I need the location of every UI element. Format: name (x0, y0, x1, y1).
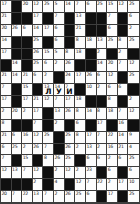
cell-r4c6[interactable]: 6 (54, 37, 65, 49)
black-cell-r11c2 (12, 120, 23, 132)
cell-r7c5[interactable]: 2 (43, 72, 54, 84)
cell-r2c1[interactable]: 21 (1, 13, 12, 25)
cell-r10c10[interactable]: 8 (97, 108, 108, 120)
cell-r11c6[interactable]: 2 (54, 120, 65, 132)
cell-number: 14 (97, 60, 102, 65)
black-cell-r12c6 (54, 132, 65, 144)
cell-r16c13[interactable]: 10 (128, 179, 139, 191)
cell-r14c1[interactable]: 7 (1, 155, 12, 167)
cell-number: 25 (129, 155, 134, 160)
cell-r14c7[interactable]: 25 (65, 155, 76, 167)
cell-number: 26 (65, 191, 70, 196)
cell-r2c11[interactable]: 7 (107, 13, 118, 25)
cell-number: 13 (55, 108, 60, 113)
cell-r8c1[interactable]: 7 (1, 84, 12, 96)
cell-number: 16 (108, 144, 113, 149)
cell-r12c5[interactable]: 25 (43, 132, 54, 144)
cell-r1c11[interactable]: 15 (107, 1, 118, 13)
cell-r11c8[interactable]: 6 (75, 120, 86, 132)
black-cell-r13c6 (54, 144, 65, 156)
black-cell-r3c9 (86, 25, 97, 37)
cell-number: 26 (33, 49, 38, 54)
cell-r17c2[interactable]: 7 (12, 191, 23, 203)
cell-r11c12[interactable]: 16 (118, 120, 129, 132)
cell-r3c13[interactable]: 2 (128, 25, 139, 37)
black-cell-r14c8 (75, 155, 86, 167)
cell-number: 17 (65, 96, 70, 101)
cell-number: 6 (129, 13, 132, 18)
cell-r15c7[interactable]: 12 (65, 167, 76, 179)
black-cell-r4c5 (43, 37, 54, 49)
cell-r10c12[interactable]: 7 (118, 108, 129, 120)
cell-number: 25 (97, 1, 102, 6)
cell-r9c7[interactable]: 17 (65, 96, 76, 108)
cell-number: 12 (76, 179, 81, 184)
black-cell-r3c10 (97, 25, 108, 37)
black-cell-r6c9 (86, 60, 97, 72)
cell-r17c8[interactable]: 25 (75, 191, 86, 203)
cell-number: 7 (12, 191, 15, 196)
cell-number: 7 (44, 191, 47, 196)
cell-r7c3[interactable]: 21 (22, 72, 33, 84)
cell-r3c4[interactable]: 14 (33, 25, 44, 37)
cell-number: 2 (97, 49, 100, 54)
cell-number: 2 (76, 167, 79, 172)
cell-r15c3[interactable]: 7 (22, 167, 33, 179)
cell-r10c9[interactable]: 14 (86, 108, 97, 120)
black-cell-r7c6 (54, 72, 65, 84)
cell-r15c2[interactable]: 13 (12, 167, 23, 179)
black-cell-r9c10 (97, 96, 108, 108)
cell-number: 14 (118, 132, 123, 137)
cell-r14c12[interactable]: 6 (118, 155, 129, 167)
black-cell-r3c12 (118, 25, 129, 37)
cell-number: 16 (118, 120, 123, 125)
cell-r17c4[interactable]: 13 (33, 191, 44, 203)
black-cell-r16c1 (1, 179, 12, 191)
black-cell-r15c10 (97, 167, 108, 179)
black-cell-r16c2 (12, 179, 23, 191)
cell-r14c3[interactable]: 15 (22, 155, 33, 167)
cell-r6c12[interactable]: 7 (118, 60, 129, 72)
cell-r8c5[interactable]: 13Л (43, 84, 54, 96)
cell-r4c13[interactable]: 25 (128, 37, 139, 49)
cell-number: 6 (44, 60, 47, 65)
cell-number: 6 (76, 120, 79, 125)
cell-r14c9[interactable]: 6 (86, 155, 97, 167)
black-cell-r4c2 (12, 37, 23, 49)
cell-number: 21 (2, 72, 7, 77)
cell-number: 7 (55, 96, 58, 101)
cell-r13c1[interactable]: 6 (1, 144, 12, 156)
cell-r2c4[interactable]: 17 (33, 13, 44, 25)
cell-r1c5[interactable]: 25 (43, 1, 54, 13)
cell-r8c9[interactable]: 10 (86, 84, 97, 96)
cell-r10c11[interactable]: 18 (107, 108, 118, 120)
cell-r13c11[interactable]: 16 (107, 144, 118, 156)
cell-number: 17 (118, 179, 123, 184)
black-cell-r14c2 (12, 155, 23, 167)
cell-number: 2 (76, 144, 79, 149)
cell-r7c11[interactable]: 12 (107, 72, 118, 84)
cell-r3c11[interactable]: 6 (107, 25, 118, 37)
black-cell-r2c12 (118, 13, 129, 25)
hint-letter: Л (43, 88, 53, 96)
cell-number: 13 (97, 37, 102, 42)
cell-number: 21 (2, 132, 7, 137)
cell-number: 17 (2, 96, 7, 101)
cell-r10c6[interactable]: 13 (54, 108, 65, 120)
cell-r8c11[interactable]: 6 (107, 84, 118, 96)
cell-r12c12[interactable]: 14 (118, 132, 129, 144)
cell-number: 12 (65, 167, 70, 172)
cell-number: 25 (129, 72, 134, 77)
cell-number: 6 (12, 132, 15, 137)
cell-r6c4[interactable]: 25 (33, 60, 44, 72)
cell-r5c8[interactable]: 18 (75, 49, 86, 61)
cell-r7c2[interactable]: 14 (12, 72, 23, 84)
cell-r3c2[interactable]: 26 (12, 25, 23, 37)
cell-number: 17 (76, 72, 81, 77)
black-cell-r10c5 (43, 108, 54, 120)
cell-r12c9[interactable]: 17 (86, 132, 97, 144)
cell-r5c12[interactable]: 2 (118, 49, 129, 61)
cell-number: 7 (44, 144, 47, 149)
cell-number: 7 (86, 179, 89, 184)
cell-number: 21 (2, 13, 7, 18)
cell-number: 8 (118, 37, 121, 42)
cell-number: 17 (2, 1, 7, 6)
cell-number: 12 (44, 96, 49, 101)
cell-r2c13[interactable]: 6 (128, 13, 139, 25)
cell-number: 17 (23, 96, 28, 101)
cell-r15c13[interactable]: 6 (128, 167, 139, 179)
cell-r7c4[interactable]: 6 (33, 72, 44, 84)
cell-r9c4[interactable]: 21 (33, 96, 44, 108)
cell-number: 12 (118, 1, 123, 6)
cell-r17c11[interactable]: 17 (107, 191, 118, 203)
cell-number: 7 (2, 155, 5, 160)
cell-r16c10[interactable]: 22 (97, 179, 108, 191)
cell-number: 2 (97, 84, 100, 89)
cell-r6c13[interactable]: 12 (128, 60, 139, 72)
cell-r12c8[interactable]: 8 (75, 132, 86, 144)
cell-number: 8 (2, 120, 5, 125)
cell-r10c8[interactable]: 8 (75, 108, 86, 120)
black-cell-r17c10 (97, 191, 108, 203)
cell-r7c13[interactable]: 25 (128, 72, 139, 84)
cell-number: 6 (86, 1, 89, 6)
cell-r15c1[interactable]: 12 (1, 167, 12, 179)
cell-r10c3[interactable]: 2 (22, 108, 33, 120)
cell-number: 7 (118, 60, 121, 65)
cell-number: 2 (129, 96, 132, 101)
cell-r11c1[interactable]: 8 (1, 120, 12, 132)
cell-r4c4[interactable]: 25 (33, 37, 44, 49)
cell-number: 6 (23, 25, 26, 30)
cell-r1c8[interactable]: 7 (75, 1, 86, 13)
cell-r5c10[interactable]: 2 (97, 49, 108, 61)
cell-r10c13[interactable]: 12 (128, 108, 139, 120)
cell-number: 12 (33, 1, 38, 6)
cell-number: 2 (2, 108, 5, 113)
cell-number: 14 (65, 1, 70, 6)
cell-r3c8[interactable]: 21 (75, 25, 86, 37)
cell-r16c8[interactable]: 12 (75, 179, 86, 191)
cell-number: 15 (23, 155, 28, 160)
cell-number: 17 (97, 120, 102, 125)
cell-number: 4 (129, 144, 132, 149)
cell-r2c6[interactable]: 7 (54, 13, 65, 25)
cell-r13c4[interactable]: 26 (33, 144, 44, 156)
cell-r15c4[interactable]: 12 (33, 167, 44, 179)
cell-number: 2 (44, 72, 47, 77)
cell-number: 25 (33, 60, 38, 65)
cell-number: 6 (108, 25, 111, 30)
cell-r10c1[interactable]: 2 (1, 108, 12, 120)
cell-r1c4[interactable]: 12 (33, 1, 44, 13)
cell-r13c9[interactable]: 13 (86, 144, 97, 156)
cell-r4c1[interactable]: 14 (1, 37, 12, 49)
cell-r1c6[interactable]: 5 (54, 1, 65, 13)
cell-number: 26 (33, 144, 38, 149)
cell-r8c3[interactable]: 15 (22, 84, 33, 96)
cell-r1c3[interactable]: 20 (22, 1, 33, 13)
cell-r12c2[interactable]: 6 (12, 132, 23, 144)
cell-r7c7[interactable]: 24 (65, 72, 76, 84)
cell-r8c10[interactable]: 2 (97, 84, 108, 96)
cell-r1c1[interactable]: 17 (1, 1, 12, 13)
cell-r12c4[interactable]: 12 (33, 132, 44, 144)
cell-r8c7[interactable]: 7И (65, 84, 76, 96)
cell-r7c8[interactable]: 17 (75, 72, 86, 84)
cell-r11c4[interactable]: 7 (33, 120, 44, 132)
cell-r1c10[interactable]: 25 (97, 1, 108, 13)
cell-number: 14 (2, 37, 7, 42)
cell-r9c8[interactable]: 18 (75, 96, 86, 108)
black-cell-r8c4 (33, 84, 44, 96)
cell-r13c2[interactable]: 25 (12, 144, 23, 156)
cell-r4c10[interactable]: 13 (97, 37, 108, 49)
cell-number: 6 (2, 144, 5, 149)
cell-r6c5[interactable]: 6 (43, 60, 54, 72)
cell-number: 21 (118, 144, 123, 149)
cell-number: 25 (33, 37, 38, 42)
black-cell-r4c3 (22, 37, 33, 49)
cell-r17c9[interactable]: 6 (86, 191, 97, 203)
black-cell-r5c2 (12, 49, 23, 61)
cell-r2c8[interactable]: 13 (75, 13, 86, 25)
cell-number: 2 (118, 49, 121, 54)
cell-r1c13[interactable]: 25 (128, 1, 139, 13)
cell-r13c5[interactable]: 7 (43, 144, 54, 156)
cell-r10c4[interactable]: 17 (33, 108, 44, 120)
cell-number: 13 (86, 144, 91, 149)
cell-r17c3[interactable]: 22 (22, 191, 33, 203)
black-cell-r2c7 (65, 13, 76, 25)
cell-number: 8 (76, 108, 79, 113)
cell-r7c9[interactable]: 26 (86, 72, 97, 84)
cell-r6c10[interactable]: 14 (97, 60, 108, 72)
cell-number: 12 (129, 60, 134, 65)
cell-number: 26 (86, 72, 91, 77)
cell-number: 15 (108, 1, 113, 6)
cell-r6c7[interactable]: 26 (65, 60, 76, 72)
cell-r13c7[interactable]: 26 (65, 144, 76, 156)
cell-r10c2[interactable]: 20 (12, 108, 23, 120)
cell-r6c2[interactable]: 14 (12, 60, 23, 72)
cell-r14c5[interactable]: 8 (43, 155, 54, 167)
black-cell-r11c3 (22, 120, 33, 132)
cell-number: 8 (44, 155, 47, 160)
black-cell-r2c3 (22, 13, 33, 25)
black-cell-r16c5 (43, 179, 54, 191)
cell-r7c1[interactable]: 21 (1, 72, 12, 84)
black-cell-r2c10 (97, 13, 108, 25)
cell-r4c9[interactable]: 18 (86, 37, 97, 49)
black-cell-r2c2 (12, 13, 23, 25)
cell-number: 14 (12, 60, 17, 65)
cell-number: 6 (118, 84, 121, 89)
cell-r17c5[interactable]: 7 (43, 191, 54, 203)
cell-number: 7 (118, 108, 121, 113)
cell-number: 8 (108, 96, 111, 101)
cell-number: 2 (55, 60, 58, 65)
cell-r4c8[interactable]: 8 (75, 37, 86, 49)
cell-r15c8[interactable]: 2 (75, 167, 86, 179)
cell-r3c3[interactable]: 6 (22, 25, 33, 37)
cell-r5c7[interactable]: 8 (65, 49, 76, 61)
cell-r9c5[interactable]: 12 (43, 96, 54, 108)
cell-r14c13[interactable]: 25 (128, 155, 139, 167)
black-cell-r5c3 (22, 49, 33, 61)
cell-r17c1[interactable]: 20 (1, 191, 12, 203)
cell-number: 15 (23, 84, 28, 89)
black-cell-r5c9 (86, 49, 97, 61)
cell-number: 2 (55, 167, 58, 172)
cell-r1c12[interactable]: 12 (118, 1, 129, 13)
cell-r12c11[interactable]: 22 (107, 132, 118, 144)
cell-r16c4[interactable]: 2 (33, 179, 44, 191)
cell-r6c11[interactable]: 20 (107, 60, 118, 72)
cell-r12c7[interactable]: 25 (65, 132, 76, 144)
cell-number: 17 (108, 191, 113, 196)
cell-r11c10[interactable]: 17 (97, 120, 108, 132)
cell-r15c9[interactable]: 23 (86, 167, 97, 179)
cell-number: 6 (55, 37, 58, 42)
codeword-grid: 1720122551476251512252117713762026614176… (0, 0, 140, 204)
cell-r5c4[interactable]: 26 (33, 49, 44, 61)
cell-number: 14 (86, 108, 91, 113)
cell-r9c1[interactable]: 17 (1, 96, 12, 108)
cell-number: 26 (55, 155, 60, 160)
cell-r3c6[interactable]: 6 (54, 25, 65, 37)
cell-number: 17 (44, 25, 49, 30)
cell-r15c6[interactable]: 2 (54, 167, 65, 179)
black-cell-r11c5 (43, 120, 54, 132)
cell-r14c10[interactable]: 6 (97, 155, 108, 167)
cell-r13c8[interactable]: 2 (75, 144, 86, 156)
black-cell-r6c1 (1, 60, 12, 72)
cell-r4c12[interactable]: 8 (118, 37, 129, 49)
cell-r6c6[interactable]: 2 (54, 60, 65, 72)
cell-r13c13[interactable]: 4 (128, 144, 139, 156)
cell-number: 20 (2, 191, 7, 196)
cell-r12c10[interactable]: 7 (97, 132, 108, 144)
cell-number: 12 (129, 108, 134, 113)
cell-r7c10[interactable]: 6 (97, 72, 108, 84)
cell-r3c5[interactable]: 17 (43, 25, 54, 37)
cell-r17c7[interactable]: 26 (65, 191, 76, 203)
cell-r3c1[interactable]: 20 (1, 25, 12, 37)
cell-number: 12 (33, 132, 38, 137)
cell-r12c13[interactable]: 9 (128, 132, 139, 144)
black-cell-r9c12 (118, 96, 129, 108)
cell-r1c9[interactable]: 6 (86, 1, 97, 13)
cell-number: 2 (23, 108, 26, 113)
cell-r15c11[interactable]: 6 (107, 167, 118, 179)
cell-r4c11[interactable]: 25 (107, 37, 118, 49)
cell-r17c13[interactable]: 25 (128, 191, 139, 203)
cell-r17c6[interactable]: 2 (54, 191, 65, 203)
black-cell-r4c7 (65, 37, 76, 49)
cell-number: 7 (76, 1, 79, 6)
cell-r12c3[interactable]: 16 (22, 132, 33, 144)
cell-number: 22 (108, 132, 113, 137)
cell-r5c1[interactable]: 17 (1, 49, 12, 61)
cell-r1c7[interactable]: 14 (65, 1, 76, 13)
cell-r13c12[interactable]: 21 (118, 144, 129, 156)
cell-r16c6[interactable]: 4 (54, 179, 65, 191)
cell-r16c9[interactable]: 7 (86, 179, 97, 191)
cell-r13c3[interactable]: 2 (22, 144, 33, 156)
cell-number: 6 (118, 155, 121, 160)
cell-number: 24 (65, 72, 70, 77)
cell-r5c5[interactable]: 15 (43, 49, 54, 61)
black-cell-r2c5 (43, 13, 54, 25)
cell-r5c6[interactable]: 5 (54, 49, 65, 61)
cell-number: 26 (65, 60, 70, 65)
cell-number: 18 (76, 49, 81, 54)
cell-number: 8 (76, 37, 79, 42)
black-cell-r11c7 (65, 120, 76, 132)
cell-r16c12[interactable]: 17 (118, 179, 129, 191)
cell-r9c6[interactable]: 7 (54, 96, 65, 108)
cell-number: 6 (55, 25, 58, 30)
cell-r12c1[interactable]: 21 (1, 132, 12, 144)
cell-number: 16 (23, 132, 28, 137)
black-cell-r9c9 (86, 96, 97, 108)
cell-r9c13[interactable]: 2 (128, 96, 139, 108)
cell-r14c11[interactable]: 2 (107, 155, 118, 167)
cell-r13c10[interactable]: 2 (97, 144, 108, 156)
black-cell-r1c2 (12, 1, 23, 13)
cell-number: 7 (55, 13, 58, 18)
cell-r9c3[interactable]: 17 (22, 96, 33, 108)
cell-number: 25 (12, 144, 17, 149)
cell-r16c11[interactable]: 2 (107, 179, 118, 191)
cell-number: 26 (12, 25, 17, 30)
cell-number: 6 (129, 167, 132, 172)
cell-r10c7[interactable]: 26 (65, 108, 76, 120)
cell-r9c11[interactable]: 8 (107, 96, 118, 108)
cell-r8c6[interactable]: 14У (54, 84, 65, 96)
cell-number: 17 (33, 13, 38, 18)
cell-r8c12[interactable]: 6 (118, 84, 129, 96)
cell-r14c6[interactable]: 26 (54, 155, 65, 167)
cell-number: 10 (86, 84, 91, 89)
cell-number: 2 (55, 120, 58, 125)
